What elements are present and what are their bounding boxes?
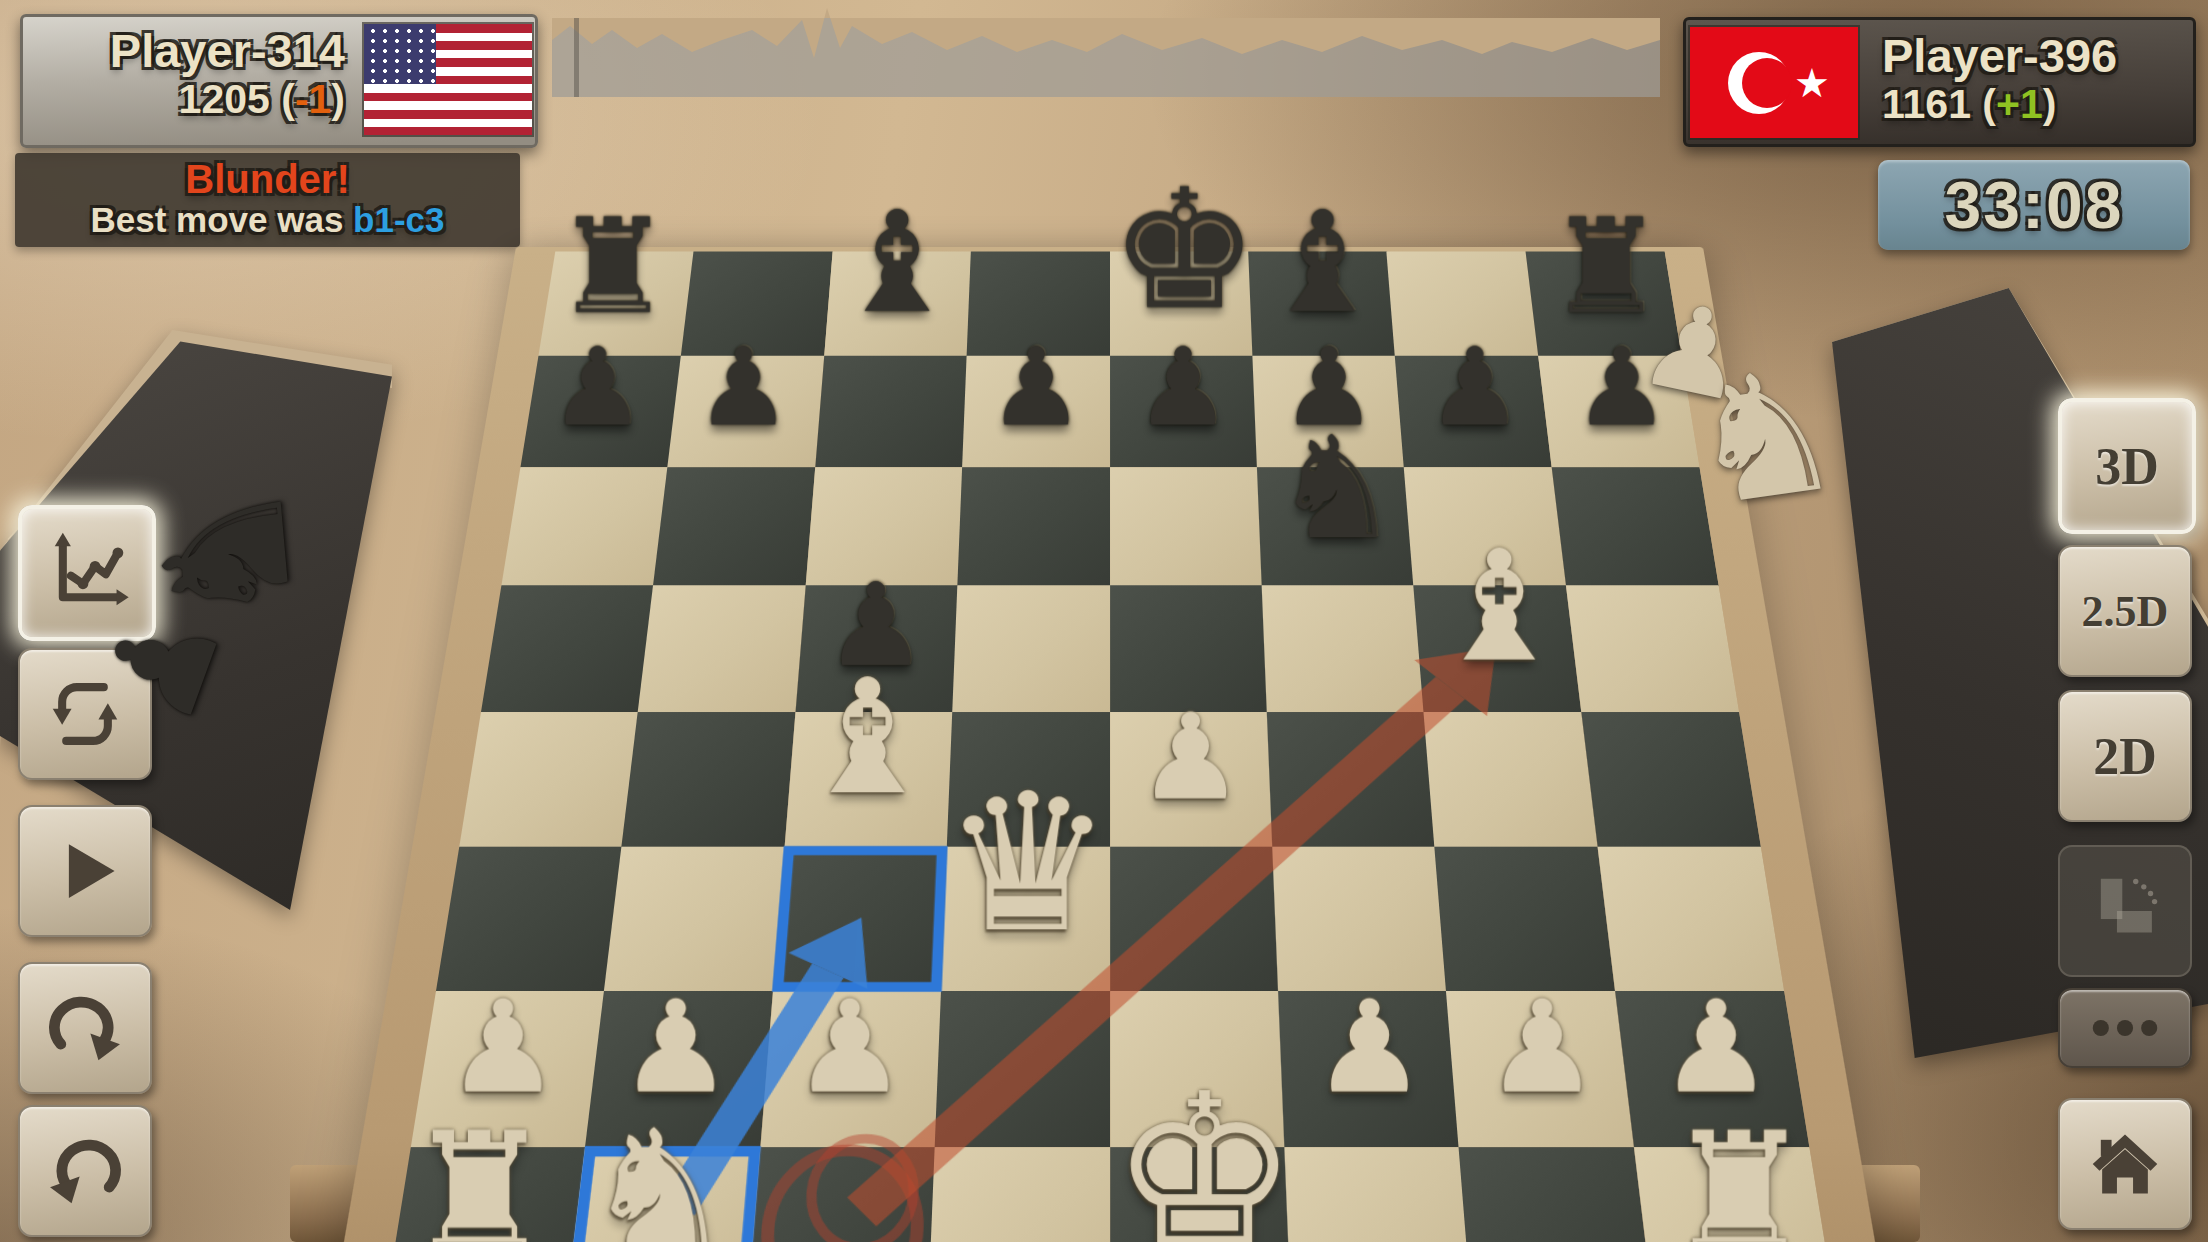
view-3d-label: 3D <box>2095 437 2159 496</box>
home-icon <box>2082 1121 2168 1207</box>
piece-white-pawn-c2[interactable]: ♟ <box>763 984 936 1112</box>
piece-white-queen-d3[interactable]: ♛ <box>942 768 1109 959</box>
clock-time: 33:08 <box>1945 167 2124 243</box>
piece-white-rook-h1[interactable]: ♜ <box>1649 1110 1829 1242</box>
play-icon <box>42 828 128 914</box>
undo-arrow-icon <box>42 1128 128 1214</box>
piece-black-king-e8[interactable]: ♚ <box>1110 166 1252 332</box>
white-player-rating: 1205 (-1) <box>110 78 345 121</box>
piece-black-pawn-d7[interactable]: ♟ <box>963 334 1109 442</box>
piece-white-pawn-a2[interactable]: ♟ <box>417 984 590 1112</box>
audio-waveform <box>552 0 1660 97</box>
piece-white-king-e1[interactable]: ♚ <box>1110 1066 1290 1242</box>
board-preview-button[interactable] <box>2058 845 2192 977</box>
board-preview-icon <box>2082 868 2168 954</box>
piece-white-pawn-e4[interactable]: ♟ <box>1110 697 1271 816</box>
piece-white-pawn-b2[interactable]: ♟ <box>590 984 763 1112</box>
redo-arrow-icon <box>42 985 128 1071</box>
piece-black-bishop-f8[interactable]: ♝ <box>1251 193 1393 332</box>
ellipsis-icon <box>2082 1001 2168 1055</box>
best-move-text: Best move was b1-c3 <box>15 200 520 240</box>
captured-white-knight: ♞ <box>1677 342 1852 532</box>
piece-white-rook-a1[interactable]: ♜ <box>390 1110 570 1242</box>
home-button[interactable] <box>2058 1098 2192 1230</box>
view-25d-button[interactable]: 2.5D <box>2058 545 2192 677</box>
move-feedback-banner: Blunder! Best move was b1-c3 <box>15 153 520 247</box>
black-rating-delta: +1 <box>1996 81 2043 127</box>
redo-button[interactable] <box>18 962 152 1094</box>
piece-black-rook-a8[interactable]: ♜ <box>542 201 684 332</box>
view-2d-label: 2D <box>2093 727 2157 786</box>
undo-button[interactable] <box>18 1105 152 1237</box>
piece-white-pawn-h2[interactable]: ♟ <box>1629 984 1802 1112</box>
piece-black-pawn-b7[interactable]: ♟ <box>671 334 817 442</box>
piece-white-knight-b1[interactable]: ♞ <box>570 1107 750 1242</box>
play-button[interactable] <box>18 805 152 937</box>
piece-black-pawn-a7[interactable]: ♟ <box>525 334 671 442</box>
piece-white-bishop-c4[interactable]: ♝ <box>787 658 948 817</box>
us-flag-icon <box>364 24 532 135</box>
piece-black-pawn-e7[interactable]: ♟ <box>1110 334 1256 442</box>
piece-black-knight-f6[interactable]: ♞ <box>1260 417 1411 559</box>
white-player-name: Player-314 <box>110 25 345 78</box>
piece-black-pawn-g7[interactable]: ♟ <box>1402 334 1548 442</box>
piece-white-bishop-g5[interactable]: ♝ <box>1421 530 1577 683</box>
black-player-rating: 1161 (+1) <box>1882 83 2117 126</box>
chess-board-scene: ♜♝♚♝♜♟♟♟♟♟♟♟♞♟♝♝♟♛♟♟♟♟♟♟♜♞♚♜ <box>516 247 1703 1242</box>
piece-black-bishop-c8[interactable]: ♝ <box>826 193 968 332</box>
piece-white-pawn-f2[interactable]: ♟ <box>1283 984 1456 1112</box>
view-25d-label: 2.5D <box>2082 586 2169 637</box>
player-panel-white: Player-314 1205 (-1) <box>20 14 538 148</box>
white-rating-delta: -1 <box>295 76 331 122</box>
player-panel-black: ★ Player-396 1161 (+1) <box>1683 17 2196 147</box>
black-player-name: Player-396 <box>1882 30 2117 83</box>
game-clock: 33:08 <box>1878 160 2190 250</box>
turkey-flag-icon: ★ <box>1690 27 1858 138</box>
more-options-button[interactable] <box>2058 988 2192 1068</box>
view-2d-button[interactable]: 2D <box>2058 690 2192 822</box>
best-move-notation: b1-c3 <box>353 200 444 239</box>
view-3d-button[interactable]: 3D <box>2058 398 2196 534</box>
piece-white-pawn-g2[interactable]: ♟ <box>1456 984 1629 1112</box>
blunder-label: Blunder! <box>15 157 520 202</box>
